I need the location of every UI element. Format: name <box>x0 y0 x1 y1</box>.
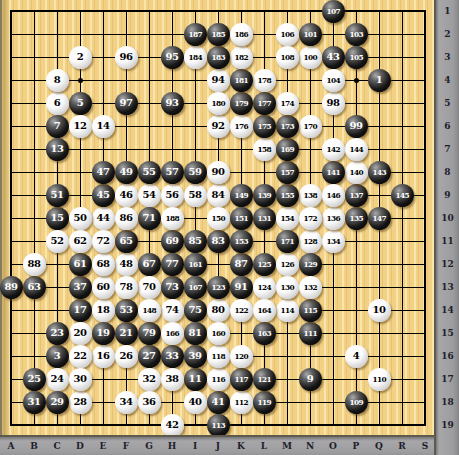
column-label-M: M <box>279 441 295 451</box>
stone-24-white: 24 <box>46 368 69 391</box>
stone-111-black: 111 <box>299 322 322 345</box>
column-coordinate-strip: ABCDEFGHIJKLMNOPQRS <box>0 435 434 455</box>
stone-move-number: 29 <box>51 397 64 407</box>
stone-move-number: 136 <box>326 214 339 222</box>
stone-34-white: 34 <box>115 391 138 414</box>
stone-move-number: 110 <box>372 375 385 383</box>
stone-62-white: 62 <box>69 230 92 253</box>
stone-79-black: 79 <box>138 322 161 345</box>
stone-56-white: 56 <box>161 184 184 207</box>
stone-move-number: 93 <box>166 98 179 108</box>
stone-move-number: 19 <box>97 328 110 338</box>
stone-move-number: 107 <box>326 7 339 15</box>
stone-move-number: 154 <box>280 214 293 222</box>
stone-move-number: 57 <box>166 167 179 177</box>
row-label-1: 1 <box>436 6 459 16</box>
stone-106-white: 106 <box>276 23 299 46</box>
stone-move-number: 88 <box>28 259 41 269</box>
stone-move-number: 137 <box>349 191 362 199</box>
stone-49-black: 49 <box>115 161 138 184</box>
stone-179-black: 179 <box>230 92 253 115</box>
stone-126-white: 126 <box>276 253 299 276</box>
column-label-C: C <box>49 441 65 451</box>
stone-move-number: 70 <box>143 282 156 292</box>
stone-63-black: 63 <box>23 276 46 299</box>
stone-move-number: 38 <box>166 374 179 384</box>
stone-move-number: 147 <box>372 214 385 222</box>
stone-move-number: 65 <box>120 236 133 246</box>
stone-36-white: 36 <box>138 391 161 414</box>
stone-move-number: 187 <box>188 30 201 38</box>
stone-116-white: 116 <box>207 368 230 391</box>
stone-move-number: 49 <box>120 167 133 177</box>
stone-move-number: 39 <box>189 351 202 361</box>
stone-134-white: 134 <box>322 230 345 253</box>
stone-move-number: 139 <box>257 191 270 199</box>
stone-move-number: 31 <box>28 397 41 407</box>
row-label-17: 17 <box>436 374 459 384</box>
stone-move-number: 94 <box>212 75 225 85</box>
stone-move-number: 90 <box>212 167 225 177</box>
stone-17-black: 17 <box>69 299 92 322</box>
stone-move-number: 53 <box>120 305 133 315</box>
row-label-18: 18 <box>436 397 459 407</box>
stone-150-white: 150 <box>207 207 230 230</box>
stone-77-black: 77 <box>161 253 184 276</box>
grid-line-vertical <box>402 11 403 426</box>
stone-98-white: 98 <box>322 92 345 115</box>
stone-142-white: 142 <box>322 138 345 161</box>
stone-move-number: 45 <box>97 190 110 200</box>
stone-move-number: 30 <box>74 374 87 384</box>
stone-12-white: 12 <box>69 115 92 138</box>
stone-31-black: 31 <box>23 391 46 414</box>
column-label-N: N <box>302 441 318 451</box>
stone-149-black: 149 <box>230 184 253 207</box>
row-label-19: 19 <box>436 420 459 430</box>
stone-101-black: 101 <box>299 23 322 46</box>
stone-move-number: 67 <box>143 259 156 269</box>
stone-160-white: 160 <box>207 322 230 345</box>
stone-14-white: 14 <box>92 115 115 138</box>
stone-move-number: 125 <box>257 260 270 268</box>
stone-54-white: 54 <box>138 184 161 207</box>
column-label-H: H <box>164 441 180 451</box>
stone-151-black: 151 <box>230 207 253 230</box>
stone-move-number: 174 <box>280 99 293 107</box>
column-label-R: R <box>394 441 410 451</box>
stone-13-black: 13 <box>46 138 69 161</box>
stone-move-number: 4 <box>353 351 359 361</box>
stone-40-white: 40 <box>184 391 207 414</box>
stone-26-white: 26 <box>115 345 138 368</box>
stone-16-white: 16 <box>92 345 115 368</box>
stone-45-black: 45 <box>92 184 115 207</box>
stone-30-white: 30 <box>69 368 92 391</box>
stone-95-black: 95 <box>161 46 184 69</box>
stone-move-number: 28 <box>74 397 87 407</box>
stone-move-number: 120 <box>234 352 247 360</box>
stone-74-white: 74 <box>161 299 184 322</box>
column-label-J: J <box>210 441 226 451</box>
stone-61-black: 61 <box>69 253 92 276</box>
stone-move-number: 124 <box>257 283 270 291</box>
stone-169-black: 169 <box>276 138 299 161</box>
stone-move-number: 144 <box>349 145 362 153</box>
stone-113-black: 113 <box>207 414 230 437</box>
stone-96-white: 96 <box>115 46 138 69</box>
stone-114-white: 114 <box>276 299 299 322</box>
stone-60-white: 60 <box>92 276 115 299</box>
stone-29-black: 29 <box>46 391 69 414</box>
column-label-F: F <box>118 441 134 451</box>
stone-move-number: 186 <box>234 30 247 38</box>
stone-128-white: 128 <box>299 230 322 253</box>
stone-89-black: 89 <box>0 276 23 299</box>
stone-129-black: 129 <box>299 253 322 276</box>
stone-move-number: 63 <box>28 282 41 292</box>
column-label-Q: Q <box>371 441 387 451</box>
stone-move-number: 24 <box>51 374 64 384</box>
stone-91-black: 91 <box>230 276 253 299</box>
column-label-D: D <box>72 441 88 451</box>
stone-137-black: 137 <box>345 184 368 207</box>
stone-move-number: 180 <box>211 99 224 107</box>
stone-92-white: 92 <box>207 115 230 138</box>
stone-93-black: 93 <box>161 92 184 115</box>
stone-move-number: 62 <box>74 236 87 246</box>
stone-32-white: 32 <box>138 368 161 391</box>
stone-move-number: 79 <box>143 328 156 338</box>
stone-move-number: 9 <box>307 374 313 384</box>
star-point <box>354 78 359 83</box>
stone-move-number: 2 <box>77 52 83 62</box>
stone-71-black: 71 <box>138 207 161 230</box>
stone-33-black: 33 <box>161 345 184 368</box>
stone-move-number: 13 <box>51 144 64 154</box>
stone-move-number: 85 <box>189 236 202 246</box>
stone-move-number: 89 <box>5 282 18 292</box>
stone-83-black: 83 <box>207 230 230 253</box>
stone-103-black: 103 <box>345 23 368 46</box>
stone-143-black: 143 <box>368 161 391 184</box>
stone-move-number: 172 <box>303 214 316 222</box>
stone-move-number: 150 <box>211 214 224 222</box>
stone-move-number: 151 <box>234 214 247 222</box>
stone-move-number: 27 <box>143 351 156 361</box>
stone-121-black: 121 <box>253 368 276 391</box>
row-label-9: 9 <box>436 190 459 200</box>
stone-move-number: 148 <box>142 306 155 314</box>
stone-123-black: 123 <box>207 276 230 299</box>
stone-move-number: 95 <box>166 52 179 62</box>
stone-153-black: 153 <box>230 230 253 253</box>
stone-move-number: 81 <box>189 328 202 338</box>
stone-move-number: 123 <box>211 283 224 291</box>
stone-move-number: 114 <box>280 306 293 314</box>
stone-154-white: 154 <box>276 207 299 230</box>
stone-move-number: 21 <box>120 328 133 338</box>
stone-140-white: 140 <box>345 161 368 184</box>
stone-move-number: 103 <box>349 30 362 38</box>
stone-176-white: 176 <box>230 115 253 138</box>
stone-move-number: 61 <box>74 259 87 269</box>
stone-move-number: 78 <box>120 282 133 292</box>
stone-55-black: 55 <box>138 161 161 184</box>
stone-41-black: 41 <box>207 391 230 414</box>
stone-move-number: 83 <box>212 236 225 246</box>
stone-115-black: 115 <box>299 299 322 322</box>
row-label-11: 11 <box>436 236 459 246</box>
stone-move-number: 121 <box>257 375 270 383</box>
stone-84-white: 84 <box>207 184 230 207</box>
stone-52-white: 52 <box>46 230 69 253</box>
stone-move-number: 167 <box>188 283 201 291</box>
stone-177-black: 177 <box>253 92 276 115</box>
stone-move-number: 158 <box>257 145 270 153</box>
stone-move-number: 68 <box>97 259 110 269</box>
row-label-15: 15 <box>436 328 459 338</box>
stone-15-black: 15 <box>46 207 69 230</box>
stone-3-black: 3 <box>46 345 69 368</box>
stone-move-number: 178 <box>257 76 270 84</box>
stone-move-number: 6 <box>54 98 60 108</box>
stone-move-number: 86 <box>120 213 133 223</box>
stone-75-black: 75 <box>184 299 207 322</box>
stone-move-number: 161 <box>188 260 201 268</box>
stone-move-number: 179 <box>234 99 247 107</box>
stone-38-white: 38 <box>161 368 184 391</box>
stone-72-white: 72 <box>92 230 115 253</box>
stone-48-white: 48 <box>115 253 138 276</box>
stone-move-number: 111 <box>303 329 316 337</box>
stone-move-number: 109 <box>349 398 362 406</box>
stone-139-black: 139 <box>253 184 276 207</box>
stone-21-black: 21 <box>115 322 138 345</box>
stone-move-number: 11 <box>189 374 202 384</box>
stone-166-white: 166 <box>161 322 184 345</box>
stone-move-number: 160 <box>211 329 224 337</box>
column-label-S: S <box>417 441 433 451</box>
stone-43-black: 43 <box>322 46 345 69</box>
stone-move-number: 97 <box>120 98 133 108</box>
stone-move-number: 46 <box>120 190 133 200</box>
stone-move-number: 71 <box>143 213 156 223</box>
stone-173-black: 173 <box>276 115 299 138</box>
stone-move-number: 138 <box>303 191 316 199</box>
stone-move-number: 153 <box>234 237 247 245</box>
stone-move-number: 52 <box>51 236 64 246</box>
stone-46-white: 46 <box>115 184 138 207</box>
stone-90-white: 90 <box>207 161 230 184</box>
stone-move-number: 8 <box>54 75 60 85</box>
stone-28-white: 28 <box>69 391 92 414</box>
stone-87-black: 87 <box>230 253 253 276</box>
stone-118-white: 118 <box>207 345 230 368</box>
stone-11-black: 11 <box>184 368 207 391</box>
stone-20-white: 20 <box>69 322 92 345</box>
stone-167-black: 167 <box>184 276 207 299</box>
column-label-P: P <box>348 441 364 451</box>
stone-117-black: 117 <box>230 368 253 391</box>
stone-39-black: 39 <box>184 345 207 368</box>
stone-181-black: 181 <box>230 69 253 92</box>
row-coordinate-strip: 12345678910111213141516171819 <box>434 0 459 455</box>
row-label-4: 4 <box>436 75 459 85</box>
stone-move-number: 25 <box>28 374 41 384</box>
stone-124-white: 124 <box>253 276 276 299</box>
column-label-O: O <box>325 441 341 451</box>
stone-move-number: 47 <box>97 167 110 177</box>
stone-move-number: 48 <box>120 259 133 269</box>
stone-move-number: 58 <box>189 190 202 200</box>
stone-move-number: 171 <box>280 237 293 245</box>
stone-110-white: 110 <box>368 368 391 391</box>
row-label-12: 12 <box>436 259 459 269</box>
stone-58-white: 58 <box>184 184 207 207</box>
stone-2-white: 2 <box>69 46 92 69</box>
stone-move-number: 164 <box>257 306 270 314</box>
stone-move-number: 126 <box>280 260 293 268</box>
column-label-E: E <box>95 441 111 451</box>
stone-move-number: 74 <box>166 305 179 315</box>
stone-move-number: 98 <box>327 98 340 108</box>
stone-move-number: 43 <box>327 52 340 62</box>
stone-73-black: 73 <box>161 276 184 299</box>
stone-move-number: 188 <box>165 214 178 222</box>
stone-move-number: 15 <box>51 213 64 223</box>
stone-53-black: 53 <box>115 299 138 322</box>
stone-move-number: 36 <box>143 397 156 407</box>
stone-move-number: 101 <box>303 30 316 38</box>
stone-move-number: 10 <box>373 305 386 315</box>
row-label-2: 2 <box>436 29 459 39</box>
stone-move-number: 104 <box>326 76 339 84</box>
stone-161-black: 161 <box>184 253 207 276</box>
stone-136-white: 136 <box>322 207 345 230</box>
stone-163-black: 163 <box>253 322 276 345</box>
stone-move-number: 185 <box>211 30 224 38</box>
stone-180-white: 180 <box>207 92 230 115</box>
stone-100-white: 100 <box>299 46 322 69</box>
stone-move-number: 128 <box>303 237 316 245</box>
stone-move-number: 3 <box>54 351 60 361</box>
stone-164-white: 164 <box>253 299 276 322</box>
stone-move-number: 72 <box>97 236 110 246</box>
stone-158-white: 158 <box>253 138 276 161</box>
stone-move-number: 7 <box>54 121 60 131</box>
stone-9-black: 9 <box>299 368 322 391</box>
stone-188-white: 188 <box>161 207 184 230</box>
row-label-16: 16 <box>436 351 459 361</box>
stone-move-number: 166 <box>165 329 178 337</box>
stone-move-number: 1 <box>376 75 382 85</box>
stone-187-black: 187 <box>184 23 207 46</box>
stone-78-white: 78 <box>115 276 138 299</box>
go-board[interactable]: 1234567891011121314151617181920212223242… <box>0 0 434 435</box>
stone-132-white: 132 <box>299 276 322 299</box>
stone-148-white: 148 <box>138 299 161 322</box>
stone-65-black: 65 <box>115 230 138 253</box>
stone-move-number: 32 <box>143 374 156 384</box>
stone-23-black: 23 <box>46 322 69 345</box>
stone-move-number: 116 <box>211 375 224 383</box>
stone-81-black: 81 <box>184 322 207 345</box>
stone-move-number: 141 <box>326 168 339 176</box>
stone-185-black: 185 <box>207 23 230 46</box>
stone-move-number: 169 <box>280 145 293 153</box>
stone-68-white: 68 <box>92 253 115 276</box>
stone-move-number: 129 <box>303 260 316 268</box>
stone-170-white: 170 <box>299 115 322 138</box>
stone-move-number: 134 <box>326 237 339 245</box>
stone-move-number: 51 <box>51 190 64 200</box>
stone-88-white: 88 <box>23 253 46 276</box>
stone-5-black: 5 <box>69 92 92 115</box>
stone-move-number: 16 <box>97 351 110 361</box>
stone-50-white: 50 <box>69 207 92 230</box>
stone-move-number: 100 <box>303 53 316 61</box>
stone-move-number: 182 <box>234 53 247 61</box>
stone-move-number: 91 <box>235 282 248 292</box>
stone-move-number: 122 <box>234 306 247 314</box>
stone-67-black: 67 <box>138 253 161 276</box>
stone-move-number: 54 <box>143 190 156 200</box>
stone-move-number: 17 <box>74 305 87 315</box>
stone-105-black: 105 <box>345 46 368 69</box>
stone-move-number: 140 <box>349 168 362 176</box>
stone-44-white: 44 <box>92 207 115 230</box>
stone-move-number: 5 <box>77 98 83 108</box>
stone-183-black: 183 <box>207 46 230 69</box>
stone-move-number: 40 <box>189 397 202 407</box>
stone-8-white: 8 <box>46 69 69 92</box>
stone-141-black: 141 <box>322 161 345 184</box>
stone-7-black: 7 <box>46 115 69 138</box>
column-label-G: G <box>141 441 157 451</box>
stone-move-number: 22 <box>74 351 87 361</box>
stone-130-white: 130 <box>276 276 299 299</box>
stone-147-black: 147 <box>368 207 391 230</box>
stone-move-number: 108 <box>280 53 293 61</box>
stone-move-number: 34 <box>120 397 133 407</box>
row-label-6: 6 <box>436 121 459 131</box>
stone-59-black: 59 <box>184 161 207 184</box>
stone-move-number: 170 <box>303 122 316 130</box>
stone-move-number: 96 <box>120 52 133 62</box>
column-label-B: B <box>26 441 42 451</box>
stone-move-number: 44 <box>97 213 110 223</box>
row-label-7: 7 <box>436 144 459 154</box>
stone-move-number: 130 <box>280 283 293 291</box>
row-label-10: 10 <box>436 213 459 223</box>
stone-move-number: 69 <box>166 236 179 246</box>
stone-85-black: 85 <box>184 230 207 253</box>
stone-move-number: 73 <box>166 282 179 292</box>
stone-27-black: 27 <box>138 345 161 368</box>
row-label-14: 14 <box>436 305 459 315</box>
stone-10-white: 10 <box>368 299 391 322</box>
stone-move-number: 176 <box>234 122 247 130</box>
stone-move-number: 113 <box>211 421 224 429</box>
stone-107-black: 107 <box>322 0 345 23</box>
stone-86-white: 86 <box>115 207 138 230</box>
stone-51-black: 51 <box>46 184 69 207</box>
stone-move-number: 142 <box>326 145 339 153</box>
stone-42-white: 42 <box>161 414 184 437</box>
stone-move-number: 42 <box>166 420 179 430</box>
stone-120-white: 120 <box>230 345 253 368</box>
